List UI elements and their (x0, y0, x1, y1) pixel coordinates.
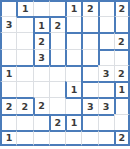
cell-r3c1[interactable] (0, 32, 16, 48)
cell-r9c7[interactable] (98, 130, 114, 146)
cell-r5c5[interactable] (65, 65, 81, 81)
cell-r5c1[interactable]: 1 (0, 65, 16, 81)
cell-r4c2[interactable] (16, 49, 32, 65)
clue-digit: 1 (6, 133, 13, 143)
cell-r2c8[interactable] (114, 16, 130, 32)
cell-r9c3[interactable] (33, 130, 49, 146)
cell-r9c6[interactable] (81, 130, 97, 146)
cell-r9c2[interactable] (16, 130, 32, 146)
cell-r5c7[interactable]: 3 (98, 65, 114, 81)
cell-r7c4[interactable] (49, 97, 65, 113)
cell-r4c3[interactable]: 3 (33, 49, 49, 65)
cell-r4c5[interactable] (65, 49, 81, 65)
cell-r1c2[interactable]: 1 (16, 0, 32, 16)
cell-r6c5[interactable]: 1 (65, 81, 81, 97)
cell-r2c1[interactable]: 3 (0, 16, 16, 32)
cell-r5c3[interactable] (33, 65, 49, 81)
puzzle-board: 112231222313211222332112 (0, 0, 130, 146)
clue-digit: 2 (119, 4, 126, 14)
cell-r9c4[interactable] (49, 130, 65, 146)
cell-r1c7[interactable] (98, 0, 114, 16)
clue-digit: 3 (87, 102, 94, 112)
cell-r7c2[interactable]: 2 (16, 97, 32, 113)
cell-r3c2[interactable] (16, 32, 32, 48)
cell-r2c4[interactable]: 2 (49, 16, 65, 32)
cell-r5c2[interactable] (16, 65, 32, 81)
clue-digit: 2 (55, 21, 62, 31)
cell-r4c1[interactable] (0, 49, 16, 65)
clue-digit: 2 (38, 101, 45, 111)
cell-r9c8[interactable]: 2 (114, 130, 130, 146)
cell-r8c5[interactable]: 1 (65, 114, 81, 130)
cell-r2c3[interactable]: 1 (33, 16, 49, 32)
clue-digit: 3 (103, 102, 110, 112)
cell-r2c5[interactable] (65, 16, 81, 32)
cell-r8c2[interactable] (16, 114, 32, 130)
cell-r3c4[interactable] (49, 32, 65, 48)
clue-digit: 2 (118, 37, 125, 47)
cell-r6c7[interactable] (98, 81, 114, 97)
puzzle-app: 112231222313211222332112 (0, 0, 130, 149)
cell-r4c8[interactable] (114, 49, 130, 65)
clue-digit: 2 (55, 118, 62, 128)
clue-digit: 1 (119, 85, 126, 95)
cell-r8c4[interactable]: 2 (49, 114, 65, 130)
clue-digit: 1 (22, 4, 29, 14)
cell-r5c4[interactable] (49, 65, 65, 81)
clue-digit: 3 (6, 20, 13, 30)
cell-r2c7[interactable] (98, 16, 114, 32)
cell-r7c1[interactable]: 2 (0, 97, 16, 113)
clue-digit: 2 (119, 133, 126, 143)
cell-r6c6[interactable] (81, 81, 97, 97)
cell-r5c6[interactable] (81, 65, 97, 81)
clue-digit: 3 (38, 53, 45, 63)
cell-r8c3[interactable] (33, 114, 49, 130)
cell-r5c8[interactable]: 2 (114, 65, 130, 81)
clue-digit: 1 (71, 4, 78, 14)
cell-r1c1[interactable] (0, 0, 16, 16)
cell-r1c4[interactable] (49, 0, 65, 16)
cell-r8c1[interactable] (0, 114, 16, 130)
cell-r7c6[interactable]: 3 (81, 97, 97, 113)
cell-r3c5[interactable] (65, 32, 81, 48)
cell-r9c1[interactable]: 1 (0, 130, 16, 146)
cell-r7c8[interactable] (114, 97, 130, 113)
cell-r4c6[interactable] (81, 49, 97, 65)
cell-r8c7[interactable] (98, 114, 114, 130)
cell-r3c8[interactable]: 2 (114, 32, 130, 48)
cell-r1c6[interactable]: 2 (81, 0, 97, 16)
cell-r3c3[interactable]: 2 (33, 32, 49, 48)
cell-r2c6[interactable] (81, 16, 97, 32)
clue-digit: 1 (38, 21, 45, 31)
cell-r6c8[interactable]: 1 (114, 81, 130, 97)
clue-digit: 1 (71, 85, 78, 95)
cell-r3c7[interactable] (98, 32, 114, 48)
cell-r4c4[interactable] (49, 49, 65, 65)
cell-r8c8[interactable] (114, 114, 130, 130)
cell-r1c5[interactable]: 1 (65, 0, 81, 16)
cell-r7c5[interactable] (65, 97, 81, 113)
cell-r7c3[interactable]: 2 (33, 97, 49, 113)
cell-r6c2[interactable] (16, 81, 32, 97)
clue-digit: 1 (6, 69, 13, 79)
cell-r6c3[interactable] (33, 81, 49, 97)
cell-r3c6[interactable] (81, 32, 97, 48)
clue-digit: 2 (118, 69, 125, 79)
cell-r1c8[interactable]: 2 (114, 0, 130, 16)
cell-r6c1[interactable] (0, 81, 16, 97)
clue-digit: 2 (87, 4, 94, 14)
cell-r9c5[interactable] (65, 130, 81, 146)
cell-r4c7[interactable] (98, 49, 114, 65)
clue-digit: 3 (103, 69, 110, 79)
clue-digit: 2 (6, 102, 13, 112)
cell-r1c3[interactable] (33, 0, 49, 16)
clue-digit: 1 (71, 118, 78, 128)
clue-digit: 2 (38, 37, 45, 47)
clue-digit: 2 (22, 102, 29, 112)
cell-r7c7[interactable]: 3 (98, 97, 114, 113)
cell-r6c4[interactable] (49, 81, 65, 97)
cell-r8c6[interactable] (81, 114, 97, 130)
cell-r2c2[interactable] (16, 16, 32, 32)
